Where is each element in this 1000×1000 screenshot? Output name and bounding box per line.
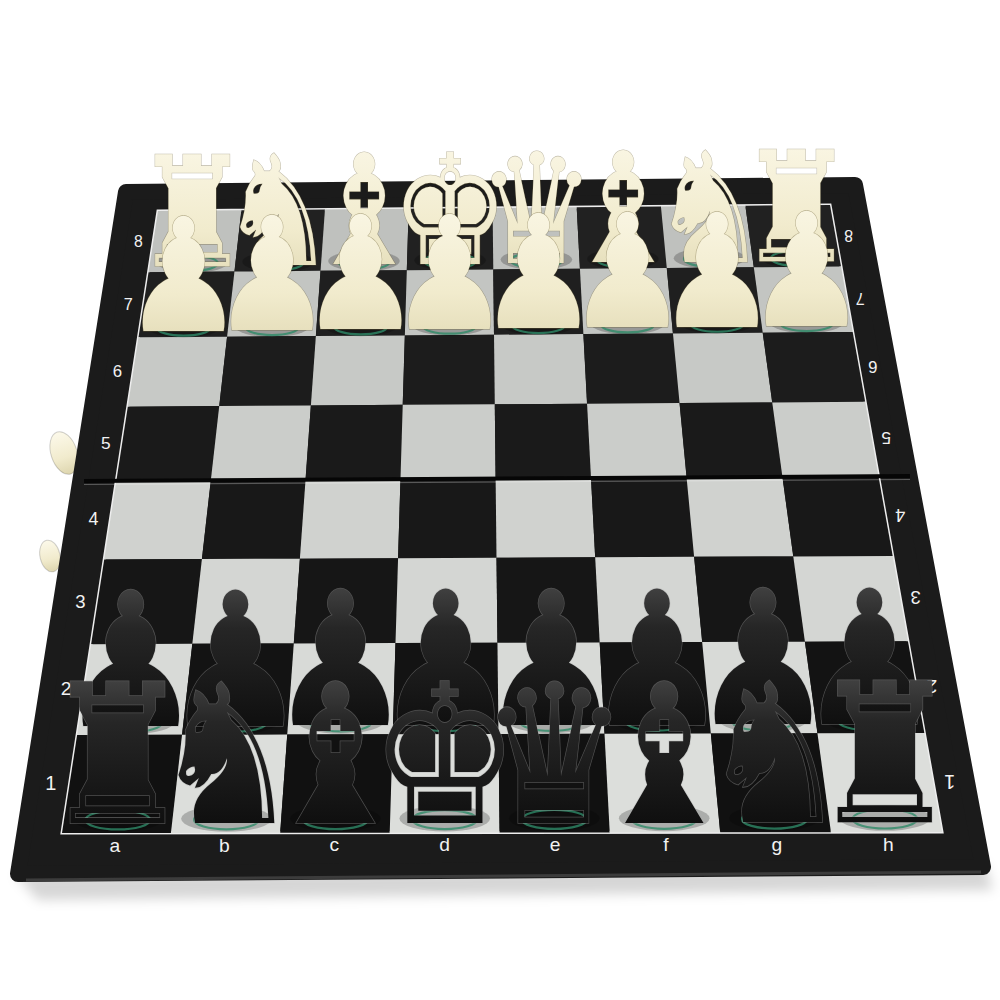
square-a4: [104, 480, 211, 560]
square-c5: [306, 405, 403, 480]
square-c4: [300, 479, 401, 559]
square-d5: [400, 404, 495, 479]
square-b5: [211, 405, 311, 480]
square-f5: [587, 403, 687, 478]
rank-label-right-5: 5: [881, 428, 891, 448]
square-d4: [398, 478, 496, 558]
square-e5: [495, 404, 591, 479]
square-g5: [680, 402, 783, 477]
square-h4: [782, 476, 892, 556]
rank-label-left-4: 4: [89, 509, 99, 529]
square-e4: [496, 478, 596, 558]
square-a5: [116, 406, 219, 480]
rank-label-left-5: 5: [101, 433, 111, 453]
square-g4: [687, 477, 794, 557]
rank-label-right-6: 6: [868, 357, 877, 376]
chess-product-photo: 8877665544332211abcdefgh♜♞♝♚♛♝♞♜♟♟♟♟♟♟♟♟…: [0, 0, 1000, 1000]
piece-white-pawn-h7: ♟: [746, 179, 868, 363]
square-h5: [772, 402, 878, 477]
square-b4: [202, 479, 306, 559]
square-f4: [591, 477, 694, 557]
piece-black-rook-h1: ♜: [810, 642, 960, 868]
board-svg: 8877665544332211abcdefgh♜♞♝♚♛♝♞♜♟♟♟♟♟♟♟♟…: [0, 0, 1000, 1000]
rank-label-right-4: 4: [895, 505, 905, 525]
rank-label-left-6: 6: [113, 362, 122, 381]
